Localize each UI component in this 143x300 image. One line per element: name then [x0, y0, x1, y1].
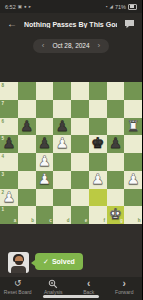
square-g1[interactable]: g♚ [107, 206, 125, 224]
square-c3[interactable]: ♟ [36, 171, 54, 189]
square-e7[interactable] [71, 100, 89, 118]
square-e4[interactable] [71, 153, 89, 171]
square-b7[interactable] [18, 100, 36, 118]
square-e1[interactable]: e [71, 206, 89, 224]
square-b2[interactable] [18, 189, 36, 207]
check-icon: ✓ [43, 258, 49, 266]
piece-white-pawn-c4[interactable]: ♟ [36, 153, 54, 171]
date-label: Oct 28, 2024 [52, 42, 89, 49]
square-g2[interactable] [107, 189, 125, 207]
status-bar-right: ▪ ◢ 71% [106, 4, 137, 10]
piece-black-pawn-c5[interactable]: ♟ [36, 135, 54, 153]
piece-white-pawn-f3[interactable]: ♟ [89, 171, 107, 189]
app-notification-icon: ▣ [18, 4, 22, 9]
reset-icon: ↺ [14, 279, 22, 288]
square-c5[interactable]: ♟ [36, 135, 54, 153]
square-a2[interactable]: 2♟ [0, 189, 18, 207]
rank-label-7: 7 [2, 101, 5, 106]
chess-board: 876♟♟♜5♟♟♟♚♟4♟3♟♟♟2♟1abcdefg♚h [0, 82, 142, 224]
square-e8[interactable] [71, 82, 89, 100]
square-d7[interactable] [53, 100, 71, 118]
square-a6[interactable]: 6 [0, 118, 18, 136]
square-a5[interactable]: 5♟ [0, 135, 18, 153]
file-label-d: d [67, 218, 70, 223]
square-b5[interactable] [18, 135, 36, 153]
square-g6[interactable] [107, 118, 125, 136]
date-row: ‹ Oct 28, 2024 › [0, 35, 142, 56]
square-a8[interactable]: 8 [0, 82, 18, 100]
prev-date-chevron[interactable]: ‹ [42, 39, 45, 53]
piece-black-pawn-a5[interactable]: ♟ [0, 135, 18, 153]
chat-icon[interactable] [124, 19, 135, 29]
battery-percent: 71% [115, 4, 126, 10]
square-d8[interactable] [53, 82, 71, 100]
square-h3[interactable]: ♟ [124, 171, 142, 189]
avatar-beard [15, 261, 23, 265]
avatar-body [11, 266, 26, 273]
square-c1[interactable]: c [36, 206, 54, 224]
solved-label: Solved [52, 258, 75, 265]
nav-reset-board[interactable]: ↺ Reset Board [0, 277, 36, 300]
solved-section: ✓ Solved [0, 224, 142, 277]
bottom-nav: ↺ Reset Board Analysis ‹ Back › Forward [0, 277, 142, 300]
square-c2[interactable] [36, 189, 54, 207]
date-selector[interactable]: ‹ Oct 28, 2024 › [33, 39, 110, 53]
battery-fill [130, 5, 134, 8]
square-c8[interactable] [36, 82, 54, 100]
chevron-left-icon: ‹ [87, 279, 90, 288]
nav-forward-label: Forward [115, 289, 133, 295]
screenshot-icon: ▪ [106, 4, 108, 9]
square-e5[interactable] [71, 135, 89, 153]
square-d2[interactable] [53, 189, 71, 207]
square-d1[interactable]: d [53, 206, 71, 224]
square-g5[interactable]: ♟ [107, 135, 125, 153]
piece-white-pawn-h3[interactable]: ♟ [124, 171, 142, 189]
rank-label-6: 6 [2, 119, 5, 124]
piece-white-pawn-d5[interactable]: ♟ [53, 135, 71, 153]
board-top-spacer [0, 56, 142, 82]
square-a3[interactable]: 3 [0, 171, 18, 189]
square-a1[interactable]: 1a [0, 206, 18, 224]
piece-black-pawn-g5[interactable]: ♟ [107, 135, 125, 153]
square-h1[interactable]: h [124, 206, 142, 224]
piece-white-pawn-a2[interactable]: ♟ [0, 189, 18, 207]
square-h2[interactable] [124, 189, 142, 207]
solved-badge: ✓ Solved [35, 253, 83, 270]
dot-notification-icon: ● [24, 4, 27, 9]
square-f3[interactable]: ♟ [89, 171, 107, 189]
square-e6[interactable] [71, 118, 89, 136]
rank-label-3: 3 [2, 172, 5, 177]
back-arrow-icon[interactable]: ← [7, 19, 17, 29]
square-a4[interactable]: 4 [0, 153, 18, 171]
square-f2[interactable] [89, 189, 107, 207]
next-date-chevron[interactable]: › [98, 39, 101, 53]
file-label-h: h [138, 218, 141, 223]
square-f6[interactable] [89, 118, 107, 136]
square-a7[interactable]: 7 [0, 100, 18, 118]
piece-white-king-g1[interactable]: ♚ [107, 206, 125, 224]
square-f4[interactable] [89, 153, 107, 171]
square-b6[interactable]: ♟ [18, 118, 36, 136]
file-label-c: c [49, 218, 52, 223]
rank-label-8: 8 [2, 83, 5, 88]
clock: 6:52 [5, 4, 16, 10]
battery-icon [128, 4, 137, 10]
magnifier-plus-icon [48, 279, 58, 288]
app-screen: 6:52 ▣ ● ▸ ▪ ◢ 71% ← Nothing Passes By T… [0, 0, 142, 300]
piece-white-rook-h6[interactable]: ♜ [124, 118, 142, 136]
square-d5[interactable]: ♟ [53, 135, 71, 153]
square-h5[interactable] [124, 135, 142, 153]
piece-white-pawn-c3[interactable]: ♟ [36, 171, 54, 189]
square-e3[interactable] [71, 171, 89, 189]
chevron-right-icon: › [123, 279, 126, 288]
play-notification-icon: ▸ [29, 4, 31, 9]
puzzle-title: Nothing Passes By This Goalie [24, 21, 117, 28]
rank-label-1: 1 [2, 207, 5, 212]
avatar[interactable] [8, 252, 29, 273]
nav-forward[interactable]: › Forward [107, 277, 143, 300]
square-g3[interactable] [107, 171, 125, 189]
piece-black-pawn-b6[interactable]: ♟ [18, 118, 36, 136]
file-label-b: b [31, 218, 34, 223]
file-label-e: e [85, 218, 88, 223]
status-bar-left: 6:52 ▣ ● ▸ [5, 4, 31, 10]
square-h6[interactable]: ♜ [124, 118, 142, 136]
square-c4[interactable]: ♟ [36, 153, 54, 171]
square-h8[interactable] [124, 82, 142, 100]
signal-icon: ◢ [110, 4, 113, 9]
file-label-a: a [14, 218, 17, 223]
file-label-f: f [104, 218, 106, 223]
square-b4[interactable] [18, 153, 36, 171]
square-f8[interactable] [89, 82, 107, 100]
square-g8[interactable] [107, 82, 125, 100]
square-b3[interactable] [18, 171, 36, 189]
square-e2[interactable] [71, 189, 89, 207]
piece-black-king-f5[interactable]: ♚ [89, 135, 107, 153]
nav-reset-board-label: Reset Board [4, 289, 32, 295]
square-f5[interactable]: ♚ [89, 135, 107, 153]
home-indicator[interactable] [43, 295, 99, 298]
square-f1[interactable]: f [89, 206, 107, 224]
title-bar: ← Nothing Passes By This Goalie [0, 13, 142, 35]
square-d3[interactable] [53, 171, 71, 189]
square-b8[interactable] [18, 82, 36, 100]
square-d6[interactable]: ♟ [53, 118, 71, 136]
square-h7[interactable] [124, 100, 142, 118]
square-c6[interactable] [36, 118, 54, 136]
piece-black-pawn-d6[interactable]: ♟ [53, 118, 71, 136]
square-h4[interactable] [124, 153, 142, 171]
rank-label-4: 4 [2, 154, 5, 159]
square-f7[interactable] [89, 100, 107, 118]
square-g4[interactable] [107, 153, 125, 171]
square-d4[interactable] [53, 153, 71, 171]
status-bar: 6:52 ▣ ● ▸ ▪ ◢ 71% [0, 0, 142, 13]
square-g7[interactable] [107, 100, 125, 118]
square-b1[interactable]: b [18, 206, 36, 224]
square-c7[interactable] [36, 100, 54, 118]
